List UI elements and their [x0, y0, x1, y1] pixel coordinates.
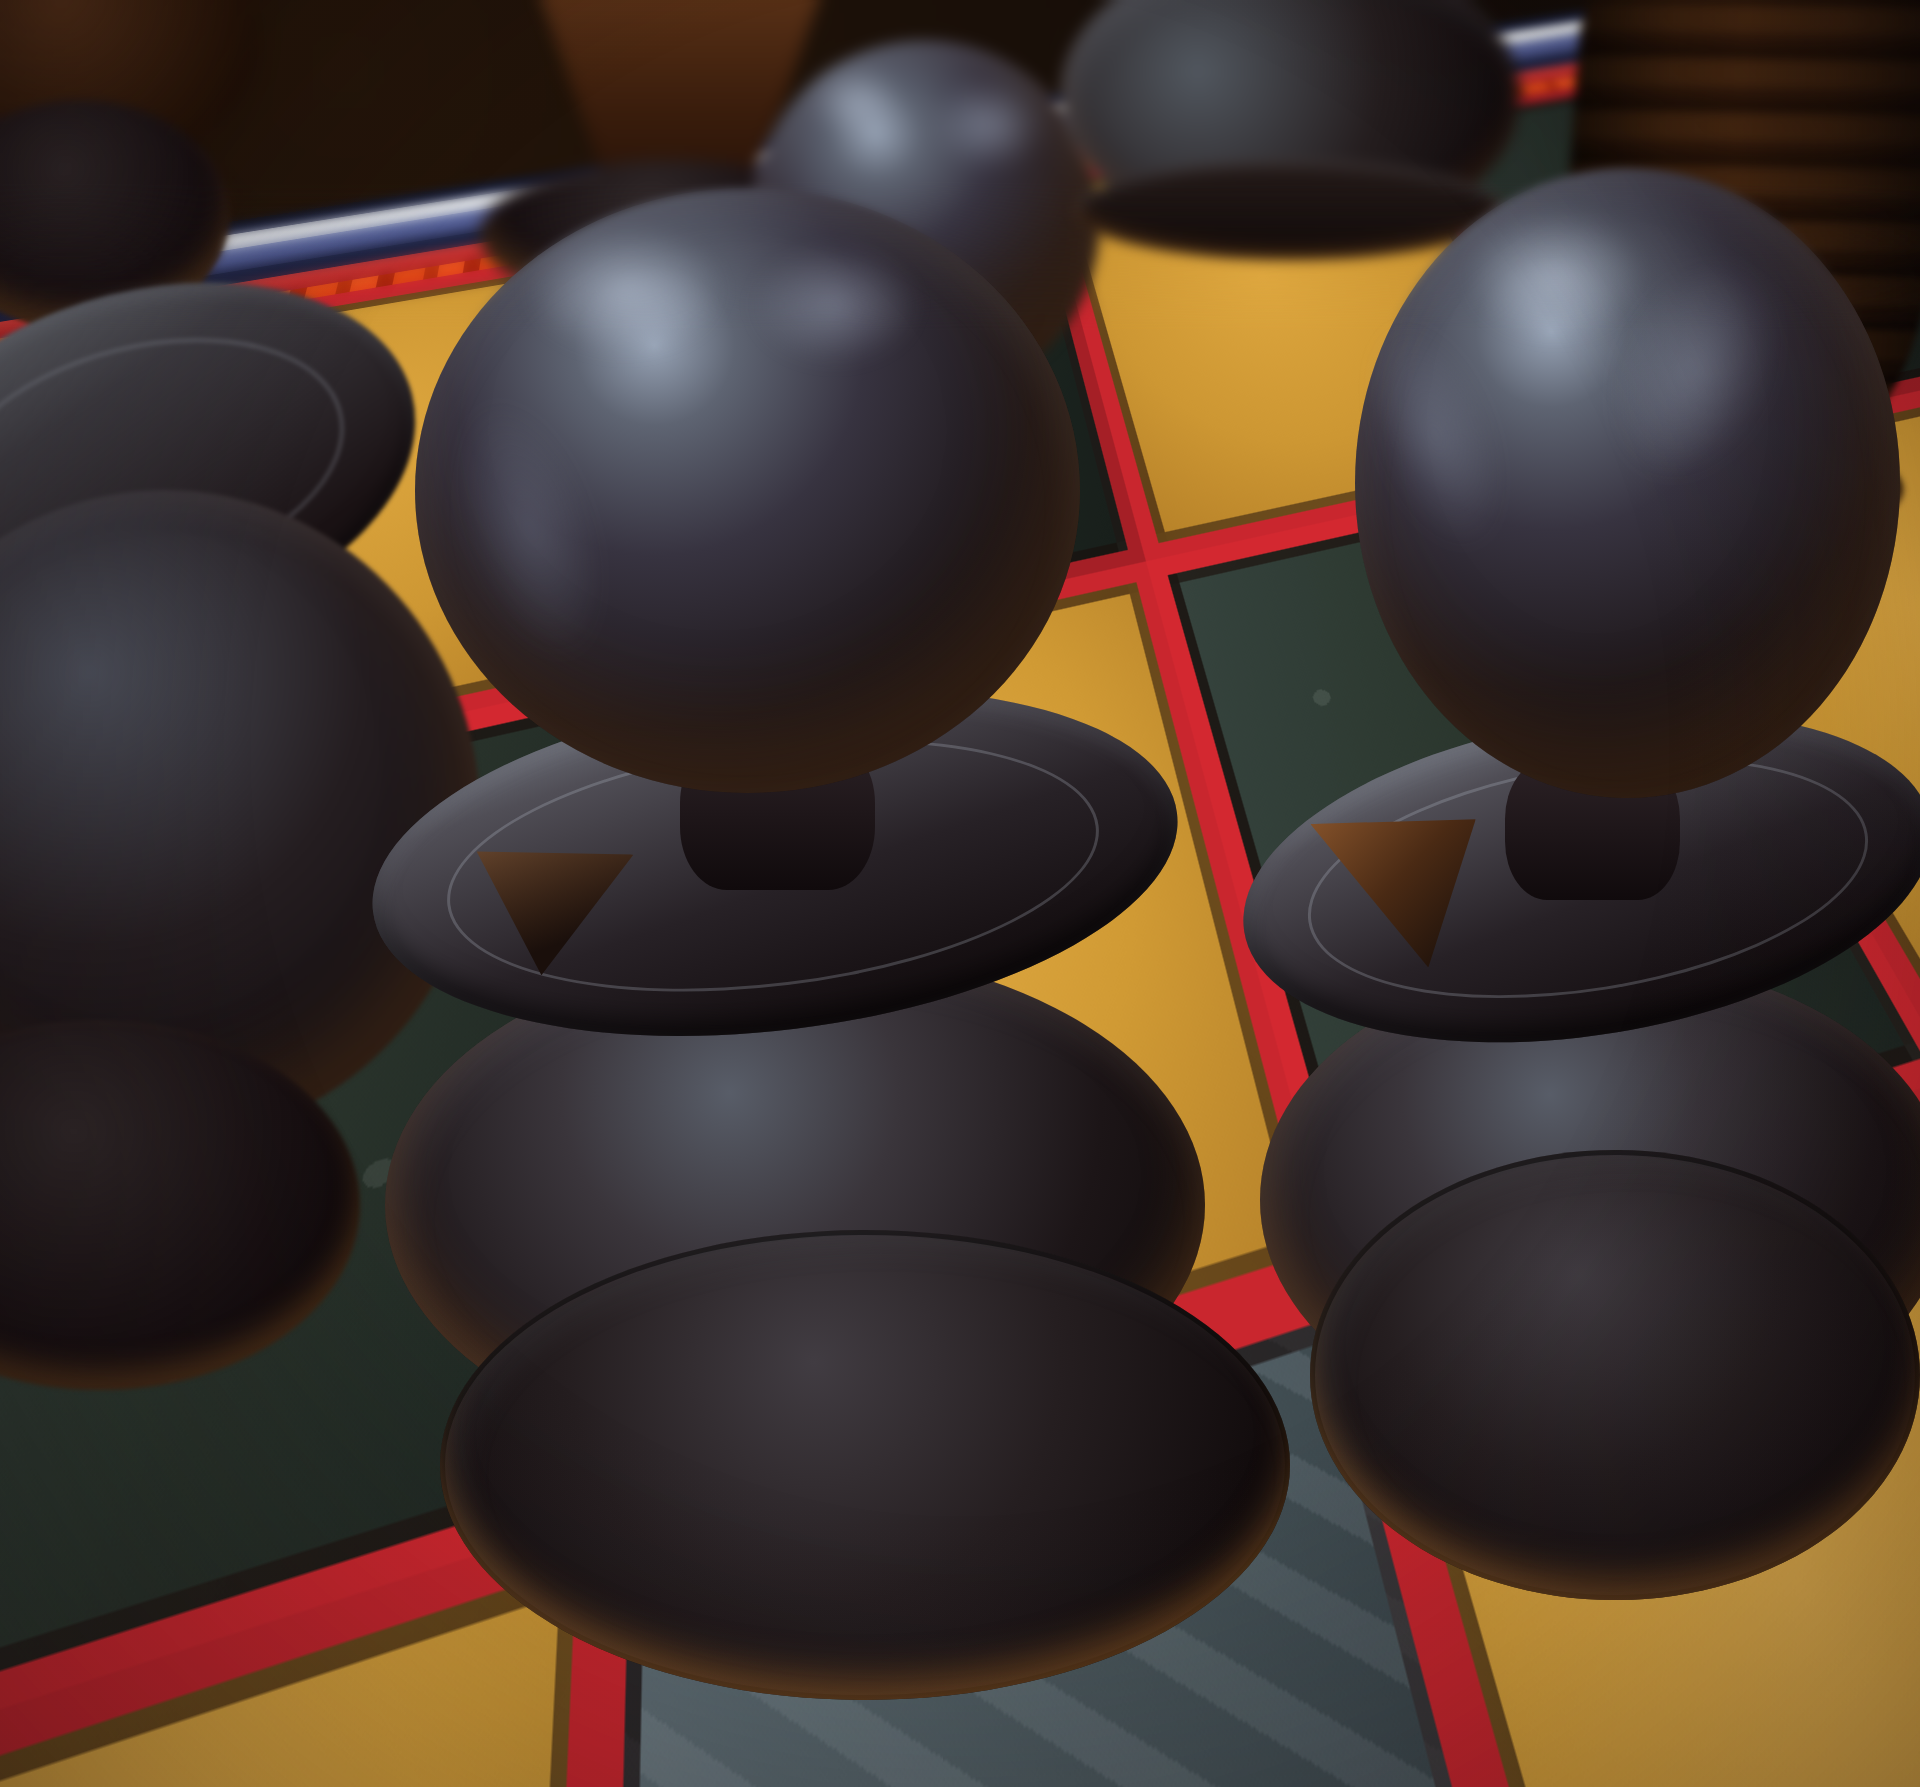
photo-scene [0, 0, 1920, 1787]
pawn-left-ball-highlight-2 [750, 245, 920, 365]
black-pawn-foreground-left [350, 150, 1490, 1710]
pawn-right-ball-highlight [1465, 210, 1645, 340]
pawn-left-ball-highlight [525, 225, 725, 355]
pawn-e8-highlight [810, 65, 900, 135]
pawn-left-base [440, 1230, 1290, 1700]
